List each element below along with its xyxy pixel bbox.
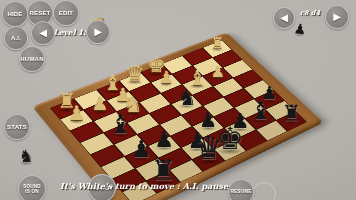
- piece-white-pawn-e2[interactable]: ♟: [159, 70, 174, 86]
- piece-black-rook-h8[interactable]: ♜: [282, 102, 302, 124]
- piece-black-bishop-b4[interactable]: ♝: [109, 112, 132, 138]
- right-arrow-icon: ▶: [333, 12, 341, 22]
- move-display: c8 d4: [294, 9, 326, 17]
- edit-button-label: EDIT: [59, 10, 73, 17]
- piece-white-pawn-a2[interactable]: ♟: [68, 104, 86, 124]
- status-text: It's White's turn to move : A.I. paused: [58, 181, 236, 191]
- sound-toggle-button[interactable]: SOUND IS ON: [18, 175, 46, 200]
- human-button-label: HUMAN: [20, 56, 43, 63]
- piece-black-pawn-b6[interactable]: ♟: [131, 137, 152, 160]
- piece-white-pawn-b2[interactable]: ♟: [92, 95, 109, 114]
- captured-black-pawn: ♟: [293, 21, 307, 36]
- hide-button[interactable]: HIDE: [2, 1, 28, 27]
- level-prev-button[interactable]: ◀: [31, 21, 55, 45]
- left-arrow-icon: ◀: [280, 13, 288, 23]
- piece-white-rook-h1[interactable]: ♜: [211, 36, 224, 51]
- level-next-button[interactable]: ▶: [86, 20, 110, 44]
- right-arrow-icon: ▶: [94, 27, 102, 37]
- edit-button[interactable]: EDIT: [53, 0, 79, 26]
- reset-button-label: RESET: [29, 10, 50, 17]
- partial-button[interactable]: [252, 182, 276, 200]
- piece-white-queen-d1[interactable]: ♛: [125, 63, 145, 85]
- piece-black-queen-d8[interactable]: ♛: [194, 133, 222, 165]
- piece-black-bishop-g7[interactable]: ♝: [250, 99, 272, 123]
- piece-black-pawn-c6[interactable]: ♟: [154, 128, 174, 150]
- ai-button-label: A.I.: [11, 35, 21, 42]
- piece-white-pawn-g3[interactable]: ♟: [211, 64, 225, 80]
- captured-black-knight: ♞: [18, 148, 33, 165]
- resume-button[interactable]: RESUME: [228, 179, 254, 200]
- resume-button-label: RESUME: [231, 189, 252, 194]
- left-arrow-icon: ◀: [39, 28, 47, 38]
- sound-button-label: SOUND IS ON: [23, 184, 41, 195]
- move-next-button[interactable]: ▶: [325, 5, 349, 29]
- stats-button-label: STATS: [7, 124, 27, 131]
- human-button[interactable]: HUMAN: [19, 46, 45, 72]
- piece-black-knight-e4[interactable]: ♞: [177, 87, 196, 109]
- stats-button[interactable]: STATS: [4, 114, 30, 140]
- app-window: ♜♛♚♜♟♟♝♟♟♟♟♝♞♞♝♟♟♟♟♟♜♝♛♚♜♞♟♞ HIDE RESET …: [0, 0, 356, 200]
- ai-button[interactable]: A.I.: [4, 26, 28, 50]
- move-prev-button[interactable]: ◀: [273, 7, 295, 29]
- hide-button-label: HIDE: [7, 11, 22, 18]
